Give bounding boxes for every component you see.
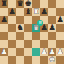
square-f2[interactable]: ♟	[40, 48, 48, 56]
white-pawn-a2[interactable]: ♟	[0, 48, 8, 56]
square-d2[interactable]	[24, 48, 32, 56]
black-rook-a8[interactable]: ♜	[0, 0, 8, 8]
square-g8[interactable]	[48, 0, 56, 8]
white-king-g1[interactable]: ♚	[48, 56, 56, 64]
square-h6[interactable]: ♟	[56, 16, 64, 24]
square-g5[interactable]: ♟	[48, 24, 56, 32]
square-b2[interactable]	[8, 48, 16, 56]
square-e3[interactable]	[32, 40, 40, 48]
white-pawn-h2[interactable]: ♟	[56, 48, 64, 56]
square-d6[interactable]	[24, 16, 32, 24]
black-pawn-h6[interactable]: ♟	[56, 16, 64, 24]
square-g4[interactable]	[48, 32, 56, 40]
square-a1[interactable]	[0, 56, 8, 64]
square-b3[interactable]	[8, 40, 16, 48]
square-h1[interactable]	[56, 56, 64, 64]
square-g1[interactable]: ♚	[48, 56, 56, 64]
square-b7[interactable]: ♟	[8, 8, 16, 16]
square-a2[interactable]: ♟	[0, 48, 8, 56]
square-e7[interactable]: ♜	[32, 8, 40, 16]
square-c4[interactable]	[16, 32, 24, 40]
black-knight-c5[interactable]: ♞	[16, 24, 24, 32]
square-d3[interactable]	[24, 40, 32, 48]
square-d1[interactable]	[24, 56, 32, 64]
square-d4[interactable]	[24, 32, 32, 40]
square-d5[interactable]	[24, 24, 32, 32]
black-pawn-b7[interactable]: ♟	[8, 8, 16, 16]
square-e2[interactable]	[32, 48, 40, 56]
black-queen-c8[interactable]: ♛	[16, 0, 24, 8]
square-h4[interactable]	[56, 32, 64, 40]
square-h5[interactable]	[56, 24, 64, 32]
black-pawn-f7[interactable]: ♟	[40, 8, 48, 16]
square-e1[interactable]	[32, 56, 40, 64]
square-h8[interactable]	[56, 0, 64, 8]
black-pawn-a6[interactable]: ♟	[0, 16, 8, 24]
square-a8[interactable]: ♜	[0, 0, 8, 8]
black-bishop-d7[interactable]: ♝	[24, 8, 32, 16]
white-rook-e7[interactable]: ♜	[32, 8, 40, 16]
square-e4[interactable]	[32, 32, 40, 40]
square-a4[interactable]	[0, 32, 8, 40]
square-c7[interactable]	[16, 8, 24, 16]
square-d7[interactable]: ♝	[24, 8, 32, 16]
square-a5[interactable]	[0, 24, 8, 32]
square-b4[interactable]	[8, 32, 16, 40]
white-pawn-f2[interactable]: ♟	[40, 48, 48, 56]
square-c8[interactable]: ♛	[16, 0, 24, 8]
square-h2[interactable]: ♟	[56, 48, 64, 56]
square-b1[interactable]	[8, 56, 16, 64]
square-g7[interactable]	[48, 8, 56, 16]
square-f7[interactable]: ♟	[40, 8, 48, 16]
square-c5[interactable]: ♞	[16, 24, 24, 32]
black-pawn-g5[interactable]: ♟	[48, 24, 56, 32]
square-b6[interactable]	[8, 16, 16, 24]
square-f4[interactable]	[40, 32, 48, 40]
square-f1[interactable]	[40, 56, 48, 64]
chess-board: ♜♛♚♟♝♜♟♟♟♞♛♟♟♟♟♟♟♚	[0, 0, 64, 64]
brilliant-move-badge-icon: !!	[37, 20, 43, 26]
square-c2[interactable]	[16, 48, 24, 56]
square-b5[interactable]	[8, 24, 16, 32]
square-a6[interactable]: ♟	[0, 16, 8, 24]
square-c1[interactable]	[16, 56, 24, 64]
square-c3[interactable]	[16, 40, 24, 48]
